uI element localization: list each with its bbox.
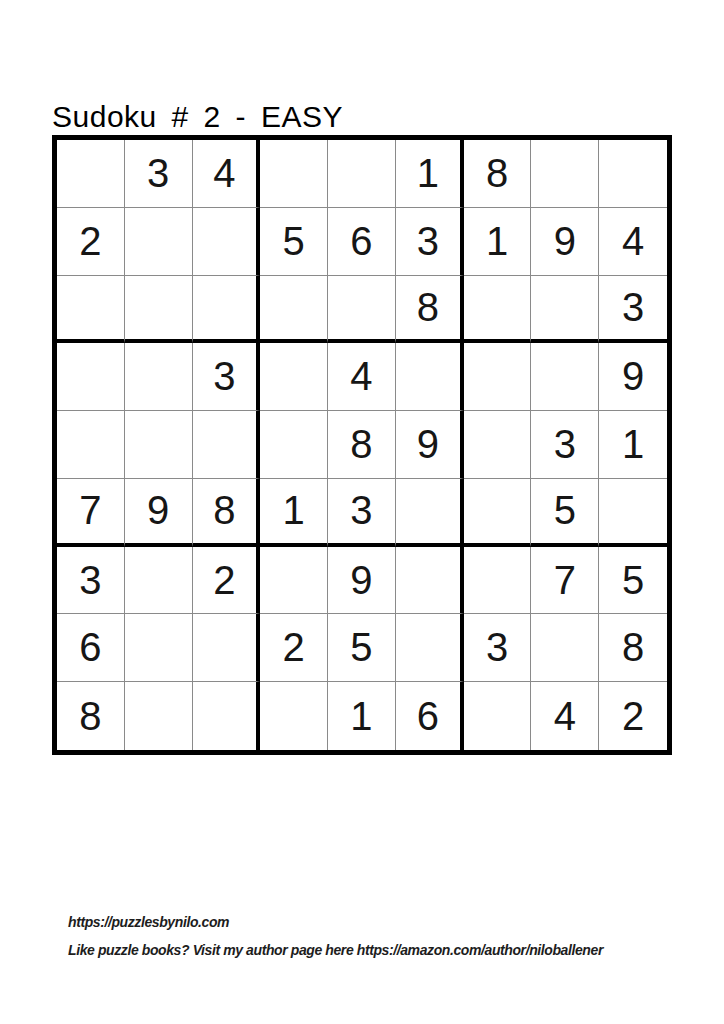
sudoku-cell-given: 8 (328, 411, 396, 479)
sudoku-cell-empty (464, 276, 532, 344)
sudoku-cell-empty (260, 343, 328, 411)
sudoku-cell-given: 8 (57, 682, 125, 750)
sudoku-cell-given: 6 (396, 682, 464, 750)
sudoku-cell-given: 9 (125, 479, 193, 547)
sudoku-cell-given: 5 (260, 208, 328, 276)
sudoku-cell-given: 4 (531, 682, 599, 750)
sudoku-cell-given: 5 (328, 614, 396, 682)
sudoku-cell-empty (260, 547, 328, 615)
sudoku-cell-empty (125, 682, 193, 750)
sudoku-cell-given: 9 (396, 411, 464, 479)
sudoku-cell-given: 3 (396, 208, 464, 276)
sudoku-cell-empty (328, 140, 396, 208)
sudoku-cell-given: 3 (599, 276, 667, 344)
author-page-text: Like puzzle books? Visit my author page … (68, 942, 603, 958)
sudoku-cell-empty (531, 343, 599, 411)
sudoku-cell-empty (57, 411, 125, 479)
sudoku-cell-empty (57, 343, 125, 411)
sudoku-cell-given: 1 (464, 208, 532, 276)
sudoku-cell-empty (193, 411, 261, 479)
puzzle-page: Sudoku # 2 - EASY 3418256319483349893179… (0, 0, 724, 1024)
sudoku-cell-empty (464, 343, 532, 411)
sudoku-cell-given: 7 (57, 479, 125, 547)
sudoku-cell-empty (260, 276, 328, 344)
sudoku-cell-empty (260, 411, 328, 479)
sudoku-cell-empty (193, 614, 261, 682)
sudoku-cell-given: 2 (599, 682, 667, 750)
sudoku-cell-empty (57, 276, 125, 344)
sudoku-cell-empty (396, 343, 464, 411)
sudoku-cell-empty (396, 547, 464, 615)
sudoku-cell-given: 7 (531, 547, 599, 615)
sudoku-cell-empty (531, 276, 599, 344)
sudoku-cell-empty (464, 411, 532, 479)
sudoku-cell-empty (193, 208, 261, 276)
sudoku-cell-empty (125, 411, 193, 479)
sudoku-cell-given: 8 (193, 479, 261, 547)
sudoku-cell-given: 8 (396, 276, 464, 344)
sudoku-cell-given: 1 (599, 411, 667, 479)
sudoku-cell-given: 8 (464, 140, 532, 208)
sudoku-cell-given: 1 (260, 479, 328, 547)
sudoku-cell-given: 6 (57, 614, 125, 682)
sudoku-cell-empty (125, 276, 193, 344)
sudoku-cell-given: 3 (531, 411, 599, 479)
sudoku-cell-empty (125, 208, 193, 276)
sudoku-cell-given: 1 (396, 140, 464, 208)
sudoku-cell-given: 2 (260, 614, 328, 682)
sudoku-cell-empty (396, 479, 464, 547)
sudoku-cell-empty (193, 276, 261, 344)
sudoku-cell-given: 8 (599, 614, 667, 682)
sudoku-cell-given: 5 (599, 547, 667, 615)
sudoku-cell-empty (464, 682, 532, 750)
puzzle-title: Sudoku # 2 - EASY (52, 101, 343, 133)
sudoku-cell-empty (125, 614, 193, 682)
sudoku-cell-given: 3 (328, 479, 396, 547)
sudoku-cell-given: 3 (193, 343, 261, 411)
sudoku-cell-empty (260, 140, 328, 208)
sudoku-cell-empty (57, 140, 125, 208)
sudoku-cell-empty (125, 343, 193, 411)
sudoku-cell-given: 3 (57, 547, 125, 615)
sudoku-cell-empty (531, 140, 599, 208)
sudoku-cell-empty (328, 276, 396, 344)
sudoku-cell-given: 2 (57, 208, 125, 276)
sudoku-cell-empty (125, 547, 193, 615)
sudoku-cell-empty (599, 140, 667, 208)
sudoku-grid: 3418256319483349893179813532975625388164… (52, 135, 672, 755)
sudoku-cell-given: 4 (328, 343, 396, 411)
sudoku-cell-given: 9 (599, 343, 667, 411)
site-url-text: https://puzzlesbynilo.com (68, 914, 229, 930)
sudoku-cell-given: 3 (125, 140, 193, 208)
sudoku-cell-given: 2 (193, 547, 261, 615)
sudoku-cell-given: 5 (531, 479, 599, 547)
sudoku-cell-empty (599, 479, 667, 547)
sudoku-cell-empty (193, 682, 261, 750)
sudoku-cell-empty (260, 682, 328, 750)
sudoku-cell-empty (531, 614, 599, 682)
sudoku-cell-given: 9 (531, 208, 599, 276)
sudoku-cell-given: 4 (193, 140, 261, 208)
sudoku-cell-given: 3 (464, 614, 532, 682)
sudoku-cell-given: 4 (599, 208, 667, 276)
sudoku-cell-empty (396, 614, 464, 682)
sudoku-cell-given: 9 (328, 547, 396, 615)
sudoku-cell-empty (464, 547, 532, 615)
sudoku-cell-given: 1 (328, 682, 396, 750)
sudoku-cell-given: 6 (328, 208, 396, 276)
sudoku-cell-empty (464, 479, 532, 547)
